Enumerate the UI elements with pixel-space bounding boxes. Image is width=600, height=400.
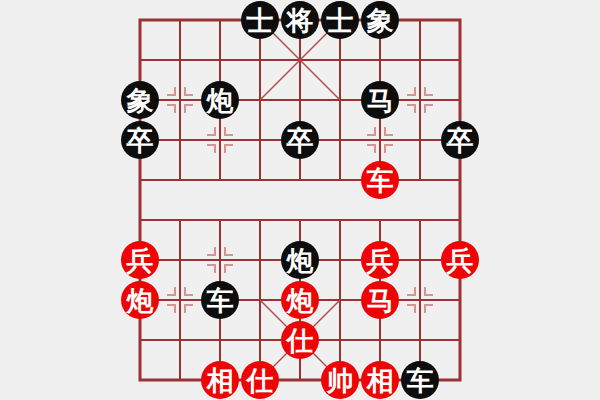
point-marker <box>424 304 433 313</box>
point-marker <box>384 144 393 153</box>
point-marker <box>424 104 433 113</box>
point-marker <box>184 104 193 113</box>
point-marker <box>167 287 176 296</box>
point-marker <box>207 144 216 153</box>
piece-black-cannon[interactable]: 炮 <box>201 81 239 119</box>
xiangqi-board[interactable]: 士将士象象炮马卒卒卒车兵炮兵兵炮车炮马仕相仕帅相车 <box>0 0 600 400</box>
piece-red-advisor[interactable]: 仕 <box>281 321 319 359</box>
point-marker <box>207 264 216 273</box>
point-marker <box>407 287 416 296</box>
point-marker <box>207 247 216 256</box>
point-marker <box>167 104 176 113</box>
piece-red-pawn[interactable]: 兵 <box>121 241 159 279</box>
screenshot-root: 士将士象象炮马卒卒卒车兵炮兵兵炮车炮马仕相仕帅相车 <box>0 0 600 400</box>
point-marker <box>384 127 393 136</box>
piece-black-advisor[interactable]: 士 <box>241 1 279 39</box>
piece-red-advisor[interactable]: 仕 <box>241 361 279 399</box>
piece-red-horse[interactable]: 马 <box>361 281 399 319</box>
piece-red-cannon[interactable]: 炮 <box>281 281 319 319</box>
piece-black-cannon[interactable]: 炮 <box>281 241 319 279</box>
piece-red-king[interactable]: 帅 <box>321 361 359 399</box>
piece-red-elephant[interactable]: 相 <box>361 361 399 399</box>
point-marker <box>367 144 376 153</box>
piece-black-elephant[interactable]: 象 <box>361 1 399 39</box>
point-marker <box>407 87 416 96</box>
point-marker <box>167 87 176 96</box>
piece-black-chariot[interactable]: 车 <box>401 361 439 399</box>
point-marker <box>367 127 376 136</box>
point-marker <box>167 304 176 313</box>
piece-black-pawn[interactable]: 卒 <box>281 121 319 159</box>
piece-black-chariot[interactable]: 车 <box>201 281 239 319</box>
piece-red-cannon[interactable]: 炮 <box>121 281 159 319</box>
point-marker <box>224 127 233 136</box>
piece-black-horse[interactable]: 马 <box>361 81 399 119</box>
point-marker <box>407 304 416 313</box>
piece-black-advisor[interactable]: 士 <box>321 1 359 39</box>
point-marker <box>224 144 233 153</box>
piece-red-chariot[interactable]: 车 <box>361 161 399 199</box>
piece-black-elephant[interactable]: 象 <box>121 81 159 119</box>
point-marker <box>207 127 216 136</box>
piece-red-elephant[interactable]: 相 <box>201 361 239 399</box>
point-marker <box>184 87 193 96</box>
point-marker <box>424 87 433 96</box>
point-marker <box>224 247 233 256</box>
piece-red-pawn[interactable]: 兵 <box>361 241 399 279</box>
point-marker <box>184 304 193 313</box>
piece-black-pawn[interactable]: 卒 <box>121 121 159 159</box>
point-marker <box>407 104 416 113</box>
point-marker <box>424 287 433 296</box>
point-marker <box>224 264 233 273</box>
point-marker <box>184 287 193 296</box>
piece-red-pawn[interactable]: 兵 <box>441 241 479 279</box>
piece-black-pawn[interactable]: 卒 <box>441 121 479 159</box>
piece-black-king[interactable]: 将 <box>281 1 319 39</box>
